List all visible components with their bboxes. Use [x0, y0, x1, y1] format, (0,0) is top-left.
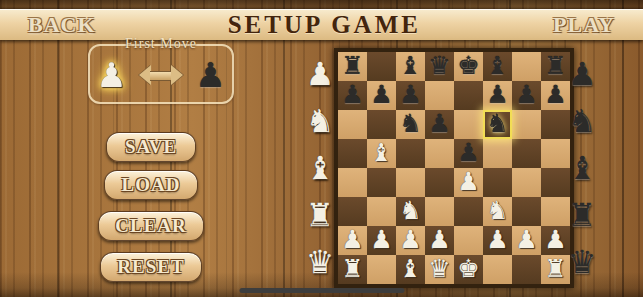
square-e4[interactable]: ♟ — [454, 168, 483, 197]
black-bishop-tray-piece[interactable]: ♝ — [568, 148, 597, 188]
black-pawn-tray-piece[interactable]: ♟ — [568, 54, 597, 94]
square-a4[interactable] — [338, 168, 367, 197]
square-b5[interactable]: ♝ — [367, 139, 396, 168]
square-d8[interactable]: ♛ — [425, 52, 454, 81]
square-g5[interactable] — [512, 139, 541, 168]
square-c3[interactable]: ♞ — [396, 197, 425, 226]
square-d4[interactable] — [425, 168, 454, 197]
square-f2[interactable]: ♟ — [483, 226, 512, 255]
black-knight-tray-piece[interactable]: ♞ — [568, 101, 597, 141]
square-f1[interactable] — [483, 255, 512, 284]
square-g8[interactable] — [512, 52, 541, 81]
black-bishop: ♝ — [483, 50, 512, 81]
first-move-white-pawn-icon[interactable]: ♟ — [96, 52, 126, 98]
play-button[interactable]: PLAY — [525, 12, 643, 38]
square-c5[interactable] — [396, 139, 425, 168]
square-b3[interactable] — [367, 197, 396, 226]
square-a8[interactable]: ♜ — [338, 52, 367, 81]
arrow-right-head — [171, 65, 183, 85]
square-d2[interactable]: ♟ — [425, 226, 454, 255]
square-a2[interactable]: ♟ — [338, 226, 367, 255]
black-piece-tray: ♟♞♝♜♛ — [564, 54, 600, 282]
first-move-options: ♟ ♟ — [90, 50, 232, 100]
square-b6[interactable] — [367, 110, 396, 139]
black-pawn: ♟ — [367, 79, 396, 110]
white-bishop: ♝ — [367, 137, 396, 168]
black-pawn: ♟ — [454, 137, 483, 168]
white-pawn: ♟ — [483, 224, 512, 255]
square-d5[interactable] — [425, 139, 454, 168]
save-button[interactable]: SAVE — [106, 132, 196, 162]
white-queen-tray-piece[interactable]: ♛ — [306, 242, 335, 282]
white-piece-tray: ♟♞♝♜♛ — [302, 54, 338, 282]
square-f8[interactable]: ♝ — [483, 52, 512, 81]
square-g6[interactable] — [512, 110, 541, 139]
white-rook: ♜ — [338, 253, 367, 284]
square-b8[interactable] — [367, 52, 396, 81]
square-g4[interactable] — [512, 168, 541, 197]
square-a7[interactable]: ♟ — [338, 81, 367, 110]
square-a5[interactable] — [338, 139, 367, 168]
square-b1[interactable] — [367, 255, 396, 284]
white-pawn: ♟ — [454, 166, 483, 197]
header-bar: BACK SETUP GAME PLAY — [0, 9, 643, 40]
square-g3[interactable] — [512, 197, 541, 226]
white-rook-tray-piece[interactable]: ♜ — [306, 195, 335, 235]
square-e3[interactable] — [454, 197, 483, 226]
white-pawn-tray-piece[interactable]: ♟ — [306, 54, 335, 94]
black-pawn: ♟ — [512, 79, 541, 110]
reset-button[interactable]: RESET — [100, 252, 202, 282]
black-queen-tray-piece[interactable]: ♛ — [568, 242, 597, 282]
black-bishop: ♝ — [396, 50, 425, 81]
white-pawn: ♟ — [425, 224, 454, 255]
white-pawn: ♟ — [512, 224, 541, 255]
white-knight-tray-piece[interactable]: ♞ — [306, 101, 335, 141]
white-bishop-tray-piece[interactable]: ♝ — [306, 148, 335, 188]
square-f3[interactable]: ♞ — [483, 197, 512, 226]
square-c1[interactable]: ♝ — [396, 255, 425, 284]
board-frame: ♜♝♛♚♝♜♟♟♟♟♟♟♞♟♞♝♟♟♞♞♟♟♟♟♟♟♟♜♝♛♚♜ — [334, 48, 574, 288]
square-d3[interactable] — [425, 197, 454, 226]
black-knight: ♞ — [483, 108, 512, 139]
black-pawn: ♟ — [483, 79, 512, 110]
square-b7[interactable]: ♟ — [367, 81, 396, 110]
square-e5[interactable]: ♟ — [454, 139, 483, 168]
black-king: ♚ — [454, 50, 483, 81]
square-c6[interactable]: ♞ — [396, 110, 425, 139]
arrow-bar — [150, 71, 172, 81]
square-c2[interactable]: ♟ — [396, 226, 425, 255]
white-pawn: ♟ — [367, 224, 396, 255]
square-g2[interactable]: ♟ — [512, 226, 541, 255]
page-title: SETUP GAME — [228, 11, 421, 39]
white-pawn: ♟ — [396, 224, 425, 255]
white-bishop: ♝ — [396, 253, 425, 284]
square-f4[interactable] — [483, 168, 512, 197]
square-e6[interactable] — [454, 110, 483, 139]
first-move-black-pawn-icon[interactable]: ♟ — [195, 52, 225, 98]
square-e7[interactable] — [454, 81, 483, 110]
swap-arrow-icon[interactable] — [139, 65, 183, 85]
white-queen: ♛ — [425, 253, 454, 284]
white-knight: ♞ — [483, 195, 512, 226]
black-rook: ♜ — [338, 50, 367, 81]
white-knight: ♞ — [396, 195, 425, 226]
square-f6[interactable]: ♞ — [483, 110, 512, 139]
square-g7[interactable]: ♟ — [512, 81, 541, 110]
home-indicator — [239, 288, 404, 293]
square-d1[interactable]: ♛ — [425, 255, 454, 284]
white-king: ♚ — [454, 253, 483, 284]
black-pawn: ♟ — [396, 79, 425, 110]
square-c4[interactable] — [396, 168, 425, 197]
square-g1[interactable] — [512, 255, 541, 284]
square-e8[interactable]: ♚ — [454, 52, 483, 81]
square-c8[interactable]: ♝ — [396, 52, 425, 81]
square-f5[interactable] — [483, 139, 512, 168]
load-button[interactable]: LOAD — [104, 170, 198, 200]
square-a1[interactable]: ♜ — [338, 255, 367, 284]
black-knight: ♞ — [396, 108, 425, 139]
square-d6[interactable]: ♟ — [425, 110, 454, 139]
square-c7[interactable]: ♟ — [396, 81, 425, 110]
square-f7[interactable]: ♟ — [483, 81, 512, 110]
black-pawn: ♟ — [425, 108, 454, 139]
black-pawn: ♟ — [338, 79, 367, 110]
square-e2[interactable] — [454, 226, 483, 255]
square-e1[interactable]: ♚ — [454, 255, 483, 284]
first-move-panel: First Move ♟ ♟ — [88, 44, 234, 104]
square-a6[interactable] — [338, 110, 367, 139]
setup-game-screen: BACK SETUP GAME PLAY First Move ♟ ♟ SAVE… — [0, 0, 643, 297]
square-b2[interactable]: ♟ — [367, 226, 396, 255]
chess-board: ♜♝♛♚♝♜♟♟♟♟♟♟♞♟♞♝♟♟♞♞♟♟♟♟♟♟♟♜♝♛♚♜ — [338, 52, 570, 284]
clear-button[interactable]: CLEAR — [98, 211, 204, 241]
white-pawn: ♟ — [338, 224, 367, 255]
square-b4[interactable] — [367, 168, 396, 197]
back-button[interactable]: BACK — [0, 12, 124, 38]
square-d7[interactable] — [425, 81, 454, 110]
square-a3[interactable] — [338, 197, 367, 226]
black-rook-tray-piece[interactable]: ♜ — [568, 195, 597, 235]
black-queen: ♛ — [425, 50, 454, 81]
